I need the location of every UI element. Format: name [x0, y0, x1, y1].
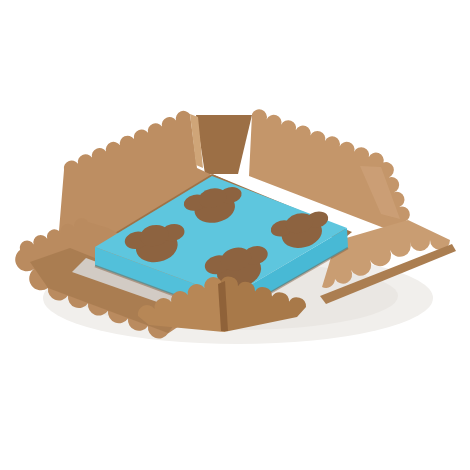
cupcake-box-illustration: [0, 0, 470, 470]
product-photo: [0, 0, 470, 470]
